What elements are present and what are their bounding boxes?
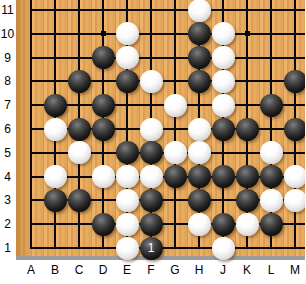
col-label-G: G: [167, 263, 183, 277]
stone-white-J1: [212, 237, 235, 260]
stone-black-H8: [188, 70, 211, 93]
col-label-K: K: [239, 263, 255, 277]
col-label-L: L: [263, 263, 279, 277]
stone-black-K6: [236, 118, 259, 141]
stone-black-J2: [212, 213, 235, 236]
stone-white-F8: [140, 70, 163, 93]
col-label-D: D: [95, 263, 111, 277]
grid-line-row-9: [30, 57, 305, 59]
row-label-8: 8: [0, 74, 15, 88]
stone-white-L3: [260, 189, 283, 212]
row-label-11: 11: [0, 3, 15, 17]
stone-white-E10: [116, 22, 139, 45]
stone-white-E9: [116, 46, 139, 69]
stone-black-L2: [260, 213, 283, 236]
stone-white-F6: [140, 118, 163, 141]
stone-black-J4: [212, 165, 235, 188]
row-label-5: 5: [0, 146, 15, 160]
stone-white-L5: [260, 141, 283, 164]
stone-white-K2: [236, 213, 259, 236]
row-label-7: 7: [0, 98, 15, 112]
stone-white-J7: [212, 94, 235, 117]
stone-black-C8: [68, 70, 91, 93]
col-label-A: A: [23, 263, 39, 277]
stone-black-D6: [92, 118, 115, 141]
board-left-edge-shading: [16, 0, 30, 256]
go-game-view: 11110987654321ABCDEFGHJKLM: [0, 0, 305, 284]
stone-white-B4: [44, 165, 67, 188]
stone-white-H5: [188, 141, 211, 164]
row-label-3: 3: [0, 193, 15, 207]
stone-black-C6: [68, 118, 91, 141]
stone-white-D4: [92, 165, 115, 188]
grid-line-row-10: [30, 33, 305, 35]
stone-white-H11: [188, 0, 211, 22]
stone-black-K3: [236, 189, 259, 212]
grid-line-col-A: [30, 0, 32, 249]
stone-black-H10: [188, 22, 211, 45]
star-point-K10: [245, 31, 250, 36]
stone-black-M8: [284, 70, 306, 93]
stone-white-M3: [284, 189, 306, 212]
stone-black-D7: [92, 94, 115, 117]
stone-white-M4: [284, 165, 306, 188]
stone-white-G5: [164, 141, 187, 164]
row-label-1: 1: [0, 241, 15, 255]
move-number-label: 1: [140, 237, 163, 260]
stone-black-E8: [116, 70, 139, 93]
grid-line-col-G: [174, 0, 176, 249]
row-label-10: 10: [0, 27, 15, 41]
stone-white-F4: [140, 165, 163, 188]
stone-black-D2: [92, 213, 115, 236]
col-label-E: E: [119, 263, 135, 277]
col-label-M: M: [287, 263, 303, 277]
stone-black-B3: [44, 189, 67, 212]
stone-white-J10: [212, 22, 235, 45]
col-label-H: H: [191, 263, 207, 277]
stone-black-K4: [236, 165, 259, 188]
stone-black-E5: [116, 141, 139, 164]
col-label-C: C: [71, 263, 87, 277]
star-point-D10: [101, 31, 106, 36]
stone-black-G4: [164, 165, 187, 188]
stone-black-C3: [68, 189, 91, 212]
stone-black-H4: [188, 165, 211, 188]
row-label-4: 4: [0, 170, 15, 184]
stone-black-F5: [140, 141, 163, 164]
stone-black-F2: [140, 213, 163, 236]
row-label-2: 2: [0, 217, 15, 231]
stone-white-J8: [212, 70, 235, 93]
stone-white-E4: [116, 165, 139, 188]
stone-white-E2: [116, 213, 139, 236]
col-label-B: B: [47, 263, 63, 277]
stone-white-C5: [68, 141, 91, 164]
grid-line-row-1: [30, 247, 305, 249]
stone-white-G7: [164, 94, 187, 117]
stone-white-B6: [44, 118, 67, 141]
col-label-J: J: [215, 263, 231, 277]
stone-black-M6: [284, 118, 306, 141]
grid-line-row-11: [30, 9, 305, 11]
stone-black-L7: [260, 94, 283, 117]
stone-white-J9: [212, 46, 235, 69]
stone-white-E1: [116, 237, 139, 260]
stone-black-B7: [44, 94, 67, 117]
row-label-6: 6: [0, 122, 15, 136]
stone-black-L4: [260, 165, 283, 188]
row-label-9: 9: [0, 51, 15, 65]
stone-black-H9: [188, 46, 211, 69]
stone-black-F3: [140, 189, 163, 212]
stone-black-D9: [92, 46, 115, 69]
stone-black-J6: [212, 118, 235, 141]
stone-white-H6: [188, 118, 211, 141]
stone-white-H2: [188, 213, 211, 236]
stone-white-E3: [116, 189, 139, 212]
col-label-F: F: [143, 263, 159, 277]
stone-black-H3: [188, 189, 211, 212]
